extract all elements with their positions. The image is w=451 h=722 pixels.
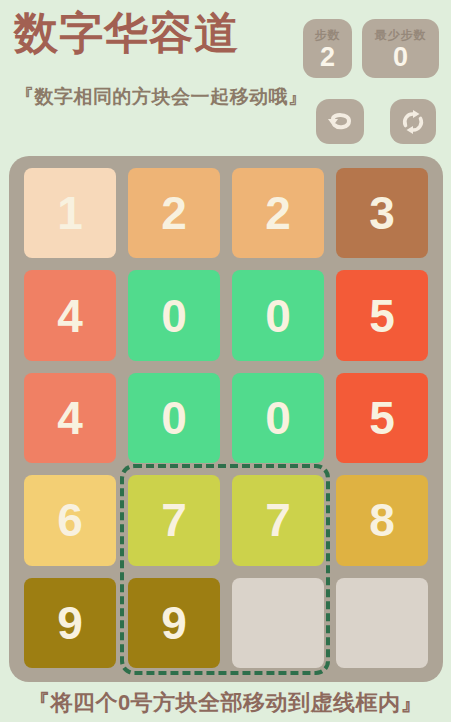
tile-4[interactable]: 4 [24,270,116,360]
tile-9[interactable]: 9 [24,578,116,668]
tile-8[interactable]: 8 [336,475,428,565]
tile-2[interactable]: 2 [232,168,324,258]
hint-text: 『数字相同的方块会一起移动哦』 [15,84,308,110]
tile-5[interactable]: 5 [336,270,428,360]
tile-7[interactable]: 7 [128,475,220,565]
goal-text: 『将四个0号方块全部移动到虚线框内』 [0,688,451,718]
tile-6[interactable]: 6 [24,475,116,565]
steps-value: 2 [320,42,335,72]
tile-9[interactable]: 9 [128,578,220,668]
game-board-grid: 122340054005677899 [9,156,443,682]
restart-button[interactable] [390,99,436,144]
min-steps-badge: 最少步数 0 [362,19,439,78]
page-title: 数字华容道 [14,4,239,63]
tile-4[interactable]: 4 [24,373,116,463]
refresh-arrows-icon [399,108,427,136]
page: 数字华容道 步数 2 最少步数 0 『数字相同的方块会一起移动哦』 122340… [0,0,451,722]
min-steps-value: 0 [393,42,408,72]
tile-0[interactable]: 0 [128,373,220,463]
tile-2[interactable]: 2 [128,168,220,258]
game-board: 122340054005677899 得意生活 deyi.com [9,156,443,682]
undo-button[interactable] [316,99,364,144]
steps-label: 步数 [315,28,341,42]
steps-badge: 步数 2 [303,19,352,78]
tile-7[interactable]: 7 [232,475,324,565]
empty-cell [336,578,428,668]
tile-5[interactable]: 5 [336,373,428,463]
tile-3[interactable]: 3 [336,168,428,258]
tile-1[interactable]: 1 [24,168,116,258]
tile-0[interactable]: 0 [232,270,324,360]
tile-0[interactable]: 0 [232,373,324,463]
min-steps-label: 最少步数 [375,28,427,42]
undo-arrow-icon [325,109,355,135]
empty-cell [232,578,324,668]
tile-0[interactable]: 0 [128,270,220,360]
